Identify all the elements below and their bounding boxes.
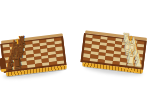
chess-set-product-photo: Wooden folding chess set shown as two bo… [0,0,150,92]
left-board-dark-army: ♟♜♟♞♟♝♟♛♟♚♟♝♟♞♟♜ [0,33,68,77]
square [134,63,142,67]
square [56,60,64,64]
right-board-squares [83,34,145,67]
right-board-light-army: ♜♟♞♟♝♟♛♟♚♟♝♟♞♟♜♟ [80,30,148,74]
